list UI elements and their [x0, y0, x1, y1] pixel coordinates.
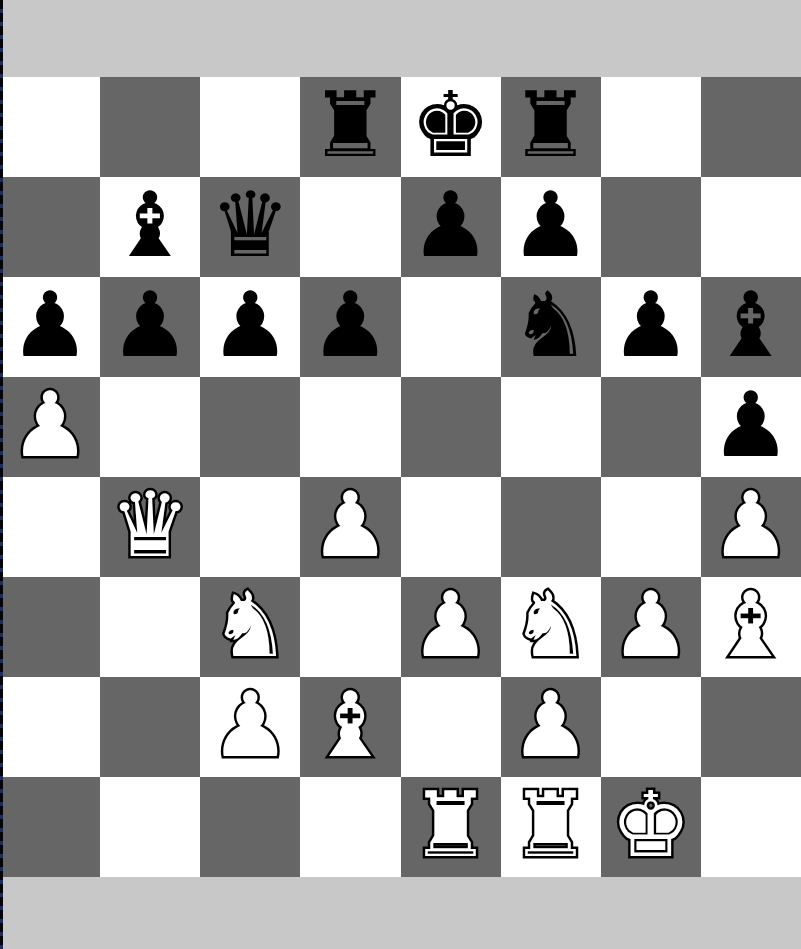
square-e8[interactable]: ♚ — [401, 77, 501, 177]
top-bar — [0, 0, 801, 77]
square-c5[interactable] — [200, 377, 300, 477]
square-e2[interactable] — [401, 677, 501, 777]
square-f8[interactable]: ♜ — [501, 77, 601, 177]
piece-black-pawn: ♟ — [310, 277, 391, 375]
piece-white-rook: ♜ — [410, 777, 491, 875]
square-c1[interactable] — [200, 777, 300, 877]
piece-white-queen: ♛ — [110, 477, 191, 575]
square-h4[interactable]: ♟ — [701, 477, 801, 577]
piece-black-queen: ♛ — [210, 177, 291, 275]
piece-white-knight: ♞ — [510, 577, 591, 675]
square-h6[interactable]: ♝ — [701, 277, 801, 377]
piece-black-king: ♚ — [410, 77, 491, 175]
piece-white-bishop: ♝ — [310, 677, 391, 775]
square-f6[interactable]: ♞ — [501, 277, 601, 377]
square-c6[interactable]: ♟ — [200, 277, 300, 377]
square-h8[interactable] — [701, 77, 801, 177]
square-d2[interactable]: ♝ — [300, 677, 400, 777]
square-g1[interactable]: ♚ — [601, 777, 701, 877]
square-d1[interactable] — [300, 777, 400, 877]
square-c2[interactable]: ♟ — [200, 677, 300, 777]
square-f3[interactable]: ♞ — [501, 577, 601, 677]
square-d3[interactable] — [300, 577, 400, 677]
square-a2[interactable] — [0, 677, 100, 777]
piece-black-pawn: ♟ — [610, 277, 691, 375]
square-b5[interactable] — [100, 377, 200, 477]
square-a8[interactable] — [0, 77, 100, 177]
piece-black-rook: ♜ — [310, 77, 391, 175]
piece-white-pawn: ♟ — [410, 577, 491, 675]
square-f5[interactable] — [501, 377, 601, 477]
piece-white-king: ♚ — [610, 777, 691, 875]
square-b6[interactable]: ♟ — [100, 277, 200, 377]
square-e3[interactable]: ♟ — [401, 577, 501, 677]
square-h1[interactable] — [701, 777, 801, 877]
square-b8[interactable] — [100, 77, 200, 177]
piece-white-bishop: ♝ — [711, 577, 792, 675]
piece-white-rook: ♜ — [510, 777, 591, 875]
square-g7[interactable] — [601, 177, 701, 277]
square-e4[interactable] — [401, 477, 501, 577]
piece-black-rook: ♜ — [510, 77, 591, 175]
square-f2[interactable]: ♟ — [501, 677, 601, 777]
piece-white-knight: ♞ — [210, 577, 291, 675]
square-g6[interactable]: ♟ — [601, 277, 701, 377]
chess-board: ♜♚♜♝♛♟♟♟♟♟♟♞♟♝♟♟♛♟♟♞♟♞♟♝♟♝♟♜♜♚ — [0, 77, 801, 877]
piece-white-pawn: ♟ — [310, 477, 391, 575]
square-b1[interactable] — [100, 777, 200, 877]
square-h7[interactable] — [701, 177, 801, 277]
piece-white-pawn: ♟ — [210, 677, 291, 775]
piece-white-pawn: ♟ — [610, 577, 691, 675]
piece-black-pawn: ♟ — [711, 377, 792, 475]
square-e1[interactable]: ♜ — [401, 777, 501, 877]
square-g8[interactable] — [601, 77, 701, 177]
square-d7[interactable] — [300, 177, 400, 277]
piece-white-pawn: ♟ — [711, 477, 792, 575]
square-d6[interactable]: ♟ — [300, 277, 400, 377]
chess-app-window: ♜♚♜♝♛♟♟♟♟♟♟♞♟♝♟♟♛♟♟♞♟♞♟♝♟♝♟♜♜♚ — [0, 0, 801, 949]
square-a3[interactable] — [0, 577, 100, 677]
piece-black-pawn: ♟ — [210, 277, 291, 375]
piece-black-bishop: ♝ — [711, 277, 792, 375]
square-c4[interactable] — [200, 477, 300, 577]
piece-white-pawn: ♟ — [10, 377, 91, 475]
square-a4[interactable] — [0, 477, 100, 577]
square-d8[interactable]: ♜ — [300, 77, 400, 177]
square-h5[interactable]: ♟ — [701, 377, 801, 477]
square-d4[interactable]: ♟ — [300, 477, 400, 577]
square-c3[interactable]: ♞ — [200, 577, 300, 677]
piece-black-bishop: ♝ — [110, 177, 191, 275]
square-a6[interactable]: ♟ — [0, 277, 100, 377]
square-f4[interactable] — [501, 477, 601, 577]
piece-black-pawn: ♟ — [110, 277, 191, 375]
square-b4[interactable]: ♛ — [100, 477, 200, 577]
square-e6[interactable] — [401, 277, 501, 377]
piece-black-pawn: ♟ — [510, 177, 591, 275]
square-a5[interactable]: ♟ — [0, 377, 100, 477]
square-c8[interactable] — [200, 77, 300, 177]
bottom-bar — [0, 877, 801, 949]
piece-black-pawn: ♟ — [410, 177, 491, 275]
square-d5[interactable] — [300, 377, 400, 477]
piece-black-knight: ♞ — [510, 277, 591, 375]
square-a1[interactable] — [0, 777, 100, 877]
square-e7[interactable]: ♟ — [401, 177, 501, 277]
square-b3[interactable] — [100, 577, 200, 677]
square-c7[interactable]: ♛ — [200, 177, 300, 277]
square-g5[interactable] — [601, 377, 701, 477]
square-h2[interactable] — [701, 677, 801, 777]
square-a7[interactable] — [0, 177, 100, 277]
square-g4[interactable] — [601, 477, 701, 577]
square-b7[interactable]: ♝ — [100, 177, 200, 277]
square-e5[interactable] — [401, 377, 501, 477]
square-g3[interactable]: ♟ — [601, 577, 701, 677]
square-h3[interactable]: ♝ — [701, 577, 801, 677]
piece-white-pawn: ♟ — [510, 677, 591, 775]
square-g2[interactable] — [601, 677, 701, 777]
square-f7[interactable]: ♟ — [501, 177, 601, 277]
piece-black-pawn: ♟ — [10, 277, 91, 375]
square-b2[interactable] — [100, 677, 200, 777]
square-f1[interactable]: ♜ — [501, 777, 601, 877]
